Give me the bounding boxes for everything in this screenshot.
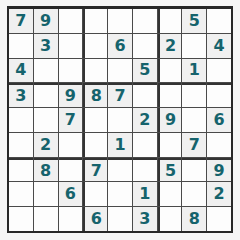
cell-r1c6[interactable] [133,9,157,33]
cell-r9c6[interactable]: 3 [133,207,157,231]
cell-r5c1[interactable] [9,108,33,132]
cell-r9c8[interactable]: 8 [182,207,206,231]
cell-r4c6[interactable] [133,83,157,107]
cell-r2c1[interactable] [9,34,33,58]
cell-r5c2[interactable] [34,108,58,132]
cell-r8c9[interactable]: 2 [207,182,231,206]
cell-r9c5[interactable] [108,207,132,231]
cell-r7c8[interactable] [182,158,206,182]
cell-r4c2[interactable] [34,83,58,107]
cell-r1c5[interactable] [108,9,132,33]
cell-r8c1[interactable] [9,182,33,206]
cell-r4c1[interactable]: 3 [9,83,33,107]
cell-r9c9[interactable] [207,207,231,231]
cell-r9c4[interactable]: 6 [83,207,107,231]
cell-r1c7[interactable] [158,9,182,33]
cell-r9c1[interactable] [9,207,33,231]
cell-r3c7[interactable] [158,59,182,83]
cell-r7c2[interactable]: 8 [34,158,58,182]
cell-r4c8[interactable] [182,83,206,107]
cell-r8c8[interactable] [182,182,206,206]
cell-r7c1[interactable] [9,158,33,182]
cell-r2c6[interactable] [133,34,157,58]
cell-r7c4[interactable]: 7 [83,158,107,182]
cell-r5c4[interactable] [83,108,107,132]
cell-r3c1[interactable]: 4 [9,59,33,83]
cell-r4c4[interactable]: 8 [83,83,107,107]
cell-r4c9[interactable] [207,83,231,107]
cell-r5c5[interactable] [108,108,132,132]
cell-r2c4[interactable] [83,34,107,58]
cell-r9c2[interactable] [34,207,58,231]
cell-r7c7[interactable]: 5 [158,158,182,182]
cell-r2c7[interactable]: 2 [158,34,182,58]
cell-r3c6[interactable]: 5 [133,59,157,83]
cell-r1c4[interactable] [83,9,107,33]
cell-r2c8[interactable] [182,34,206,58]
cell-r2c2[interactable]: 3 [34,34,58,58]
cell-r3c8[interactable]: 1 [182,59,206,83]
cell-r8c5[interactable] [108,182,132,206]
cell-r1c9[interactable] [207,9,231,33]
cell-r3c9[interactable] [207,59,231,83]
cell-r7c9[interactable]: 9 [207,158,231,182]
cell-r6c6[interactable] [133,133,157,157]
cell-r1c3[interactable] [59,9,83,33]
cell-r9c3[interactable] [59,207,83,231]
cell-r6c2[interactable]: 2 [34,133,58,157]
cell-r5c3[interactable]: 7 [59,108,83,132]
cell-r6c5[interactable]: 1 [108,133,132,157]
cell-r3c4[interactable] [83,59,107,83]
cell-r3c5[interactable] [108,59,132,83]
cell-r6c9[interactable] [207,133,231,157]
cell-r9c7[interactable] [158,207,182,231]
cell-r7c6[interactable] [133,158,157,182]
cell-r4c7[interactable] [158,83,182,107]
cell-r4c3[interactable]: 9 [59,83,83,107]
cell-r6c3[interactable] [59,133,83,157]
cell-r6c7[interactable] [158,133,182,157]
cell-r6c4[interactable] [83,133,107,157]
cell-r1c2[interactable]: 9 [34,9,58,33]
cell-r6c1[interactable] [9,133,33,157]
cell-r2c5[interactable]: 6 [108,34,132,58]
cell-r7c3[interactable] [59,158,83,182]
cell-r5c8[interactable] [182,108,206,132]
cell-r8c2[interactable] [34,182,58,206]
cell-r8c6[interactable]: 1 [133,182,157,206]
cell-r6c8[interactable]: 7 [182,133,206,157]
cell-r3c2[interactable] [34,59,58,83]
cell-r2c9[interactable]: 4 [207,34,231,58]
cell-r2c3[interactable] [59,34,83,58]
cell-r8c3[interactable]: 6 [59,182,83,206]
cell-r7c5[interactable] [108,158,132,182]
cell-r4c5[interactable]: 7 [108,83,132,107]
sudoku-board: 7953624451398772962178759612638 [7,6,233,233]
cell-r5c7[interactable]: 9 [158,108,182,132]
cell-r5c6[interactable]: 2 [133,108,157,132]
cell-r5c9[interactable]: 6 [207,108,231,132]
cell-r1c1[interactable]: 7 [9,9,33,33]
cell-r3c3[interactable] [59,59,83,83]
cell-r8c7[interactable] [158,182,182,206]
cell-r8c4[interactable] [83,182,107,206]
cell-r1c8[interactable]: 5 [182,9,206,33]
